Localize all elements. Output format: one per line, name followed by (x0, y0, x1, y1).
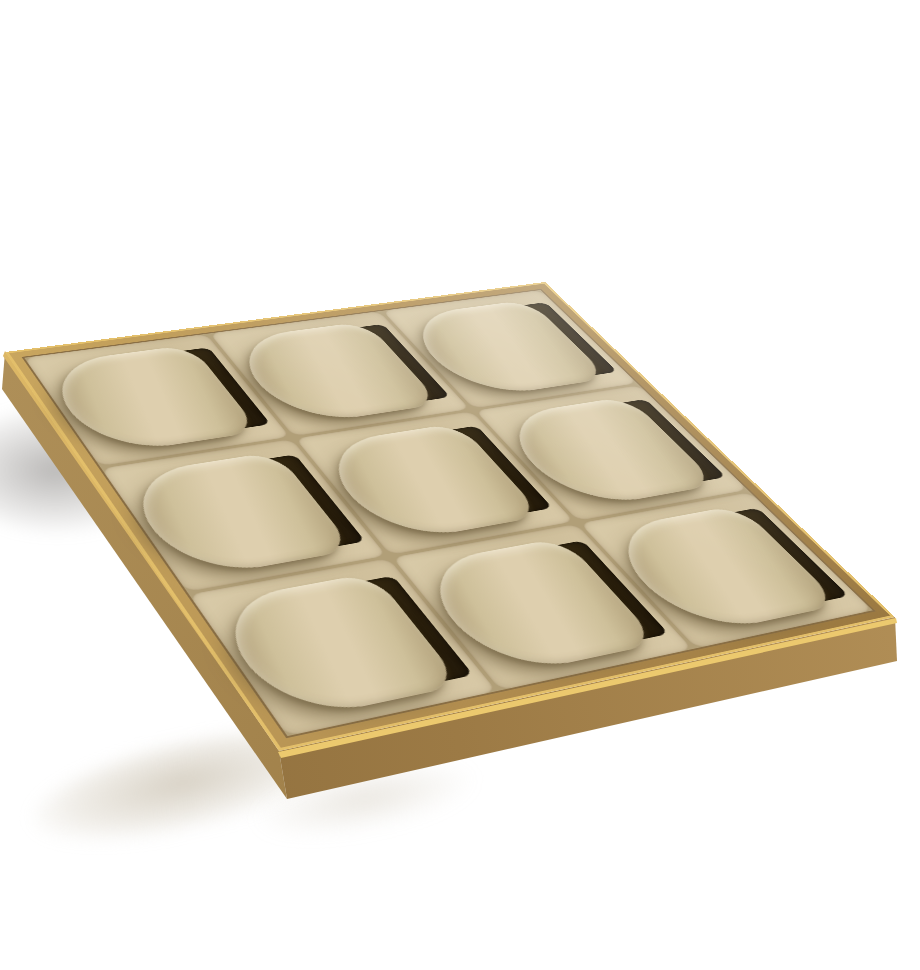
watch-pillow (116, 451, 356, 580)
ground-shadow-corner (246, 747, 484, 852)
tray-top-face (5, 282, 895, 751)
scene (0, 0, 920, 970)
watch-pillow (38, 344, 261, 455)
tray-grid (24, 290, 872, 736)
